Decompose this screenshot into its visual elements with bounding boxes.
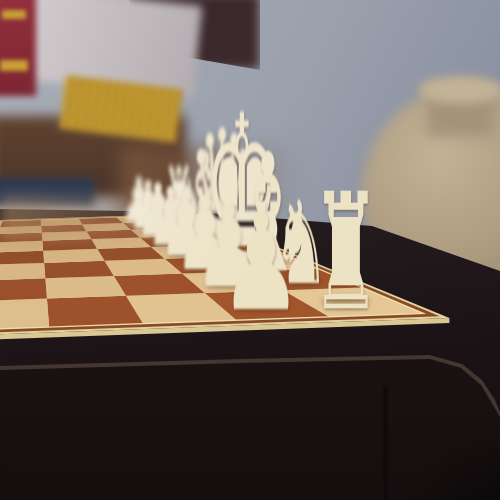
white-rook-h1[interactable]: ♜ [311, 172, 380, 333]
chess-set-photo: ♜♞♝♛♚♝♞♜♟♟♟♟♟♟♟♟ [0, 0, 500, 500]
corner-shadow [400, 430, 500, 500]
white-pawn-h2[interactable]: ♟ [220, 196, 302, 331]
drawer-seam [384, 386, 387, 500]
